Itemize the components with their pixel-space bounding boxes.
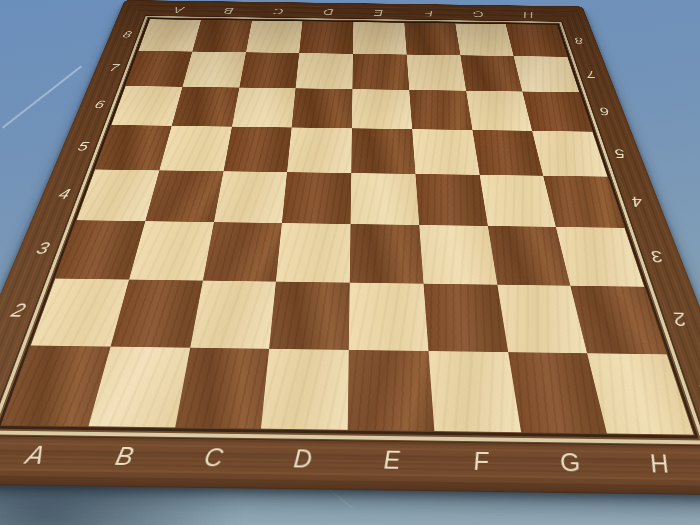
square-b4 (145, 170, 223, 222)
square-f6 (409, 90, 472, 130)
square-d6 (292, 88, 353, 128)
square-d2 (269, 281, 349, 350)
square-d5 (287, 128, 352, 173)
square-d4 (282, 172, 351, 224)
square-f2 (423, 283, 507, 352)
square-b7 (182, 51, 245, 87)
square-b8 (192, 20, 252, 52)
square-c6 (232, 87, 296, 127)
square-g7 (460, 55, 522, 91)
square-c2 (190, 280, 276, 349)
square-c3 (203, 222, 283, 281)
square-d1 (261, 349, 349, 430)
square-f1 (428, 351, 520, 432)
square-c7 (239, 52, 299, 88)
square-c5 (223, 127, 292, 172)
square-e1 (348, 350, 434, 431)
photo-scene: AABBCCDDEEFFGGHH8877665544332211 (0, 0, 700, 525)
square-b3 (129, 221, 214, 280)
board-perspective-wrapper: AABBCCDDEEFFGGHH8877665544332211 (0, 0, 700, 525)
square-a8 (139, 19, 201, 51)
square-c8 (246, 21, 303, 53)
square-g6 (466, 91, 532, 131)
square-c1 (175, 348, 270, 429)
square-b5 (159, 126, 231, 171)
square-e3 (350, 224, 424, 283)
square-h8 (506, 24, 567, 56)
square-d8 (299, 21, 353, 53)
square-f7 (407, 54, 466, 90)
chess-board: AABBCCDDEEFFGGHH8877665544332211 (0, 0, 700, 496)
square-e5 (351, 128, 415, 174)
square-a7 (126, 51, 192, 87)
square-e4 (351, 173, 419, 225)
square-g8 (455, 24, 514, 56)
square-e8 (353, 22, 407, 54)
square-f5 (412, 129, 479, 175)
square-f3 (419, 225, 497, 285)
perspective-container: AABBCCDDEEFFGGHH8877665544332211 (0, 0, 700, 525)
square-d3 (276, 223, 350, 282)
square-e7 (352, 54, 409, 90)
square-e2 (349, 282, 429, 351)
square-e6 (352, 89, 412, 129)
square-b6 (171, 87, 239, 127)
square-c4 (214, 171, 288, 223)
square-f8 (404, 23, 460, 55)
square-g5 (472, 130, 543, 176)
square-d7 (296, 53, 353, 89)
square-f4 (415, 174, 487, 226)
